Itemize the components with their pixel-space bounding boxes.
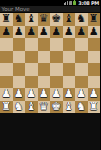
sd-card-icon: [69, 1, 72, 5]
square-a4[interactable]: [0, 63, 13, 76]
square-h7[interactable]: ♟: [88, 26, 101, 39]
square-d3[interactable]: [38, 76, 51, 89]
piece-white-pawn: ♟: [26, 88, 36, 101]
clock-text: 3:08 PM: [78, 0, 99, 6]
square-f6[interactable]: [63, 38, 76, 51]
square-f8[interactable]: ♝: [63, 13, 76, 26]
piece-white-knight: ♞: [76, 101, 86, 114]
square-f3[interactable]: [63, 76, 76, 89]
phone-screen: 3:08 PM Your Move ♜♞♝♛♚♝♞♜♟♟♟♟♟♟♟♟♟♟♟♟♟♟…: [0, 0, 100, 150]
square-e4[interactable]: [50, 63, 63, 76]
square-c2[interactable]: ♟: [25, 88, 38, 101]
piece-black-pawn: ♟: [64, 26, 74, 39]
piece-black-knight: ♞: [76, 13, 86, 26]
square-h3[interactable]: [88, 76, 101, 89]
piece-white-bishop: ♝: [64, 101, 74, 114]
square-a5[interactable]: [0, 51, 13, 64]
square-c8[interactable]: ♝: [25, 13, 38, 26]
piece-black-pawn: ♟: [51, 26, 61, 39]
piece-white-pawn: ♟: [89, 88, 99, 101]
piece-white-pawn: ♟: [1, 88, 11, 101]
square-e6[interactable]: [50, 38, 63, 51]
square-e3[interactable]: [50, 76, 63, 89]
square-e5[interactable]: [50, 51, 63, 64]
chess-board: ♜♞♝♛♚♝♞♜♟♟♟♟♟♟♟♟♟♟♟♟♟♟♟♟♜♞♝♛♚♝♞♜: [0, 13, 100, 113]
title-bar: Your Move: [0, 6, 100, 13]
square-f7[interactable]: ♟: [63, 26, 76, 39]
square-e1[interactable]: ♚: [50, 101, 63, 114]
square-a1[interactable]: ♜: [0, 101, 13, 114]
piece-black-queen: ♛: [39, 13, 49, 26]
square-c4[interactable]: [25, 63, 38, 76]
square-h5[interactable]: [88, 51, 101, 64]
square-b2[interactable]: ♟: [13, 88, 26, 101]
signal-strength-icon: [64, 1, 68, 5]
square-b8[interactable]: ♞: [13, 13, 26, 26]
square-d1[interactable]: ♛: [38, 101, 51, 114]
square-g7[interactable]: ♟: [75, 26, 88, 39]
square-d6[interactable]: [38, 38, 51, 51]
square-f4[interactable]: [63, 63, 76, 76]
piece-white-king: ♚: [51, 101, 61, 114]
piece-black-pawn: ♟: [89, 26, 99, 39]
square-c1[interactable]: ♝: [25, 101, 38, 114]
piece-white-pawn: ♟: [64, 88, 74, 101]
piece-black-pawn: ♟: [39, 26, 49, 39]
piece-black-rook: ♜: [1, 13, 11, 26]
square-c5[interactable]: [25, 51, 38, 64]
square-h2[interactable]: ♟: [88, 88, 101, 101]
square-g6[interactable]: [75, 38, 88, 51]
square-e2[interactable]: ♟: [50, 88, 63, 101]
piece-black-king: ♚: [51, 13, 61, 26]
piece-black-bishop: ♝: [26, 13, 36, 26]
square-a7[interactable]: ♟: [0, 26, 13, 39]
piece-black-pawn: ♟: [14, 26, 24, 39]
piece-black-bishop: ♝: [64, 13, 74, 26]
square-b5[interactable]: [13, 51, 26, 64]
square-g3[interactable]: [75, 76, 88, 89]
square-f1[interactable]: ♝: [63, 101, 76, 114]
square-b3[interactable]: [13, 76, 26, 89]
piece-white-knight: ♞: [14, 101, 24, 114]
square-c7[interactable]: ♟: [25, 26, 38, 39]
square-g2[interactable]: ♟: [75, 88, 88, 101]
square-f2[interactable]: ♟: [63, 88, 76, 101]
piece-white-bishop: ♝: [26, 101, 36, 114]
square-a3[interactable]: [0, 76, 13, 89]
square-a8[interactable]: ♜: [0, 13, 13, 26]
piece-black-pawn: ♟: [76, 26, 86, 39]
square-b4[interactable]: [13, 63, 26, 76]
piece-white-pawn: ♟: [39, 88, 49, 101]
piece-white-rook: ♜: [89, 101, 99, 114]
square-a2[interactable]: ♟: [0, 88, 13, 101]
bottom-empty-area: [0, 113, 100, 150]
square-g4[interactable]: [75, 63, 88, 76]
piece-black-knight: ♞: [14, 13, 24, 26]
piece-white-pawn: ♟: [51, 88, 61, 101]
piece-black-pawn: ♟: [26, 26, 36, 39]
square-d2[interactable]: ♟: [38, 88, 51, 101]
square-d7[interactable]: ♟: [38, 26, 51, 39]
square-h4[interactable]: [88, 63, 101, 76]
square-g1[interactable]: ♞: [75, 101, 88, 114]
piece-black-rook: ♜: [89, 13, 99, 26]
piece-white-pawn: ♟: [14, 88, 24, 101]
square-h6[interactable]: [88, 38, 101, 51]
square-g8[interactable]: ♞: [75, 13, 88, 26]
piece-black-pawn: ♟: [1, 26, 11, 39]
square-d4[interactable]: [38, 63, 51, 76]
square-e7[interactable]: ♟: [50, 26, 63, 39]
square-h8[interactable]: ♜: [88, 13, 101, 26]
square-e8[interactable]: ♚: [50, 13, 63, 26]
square-a6[interactable]: [0, 38, 13, 51]
square-b6[interactable]: [13, 38, 26, 51]
square-h1[interactable]: ♜: [88, 101, 101, 114]
square-g5[interactable]: [75, 51, 88, 64]
page-title: Your Move: [0, 6, 30, 13]
piece-white-queen: ♛: [39, 101, 49, 114]
square-c6[interactable]: [25, 38, 38, 51]
square-b1[interactable]: ♞: [13, 101, 26, 114]
piece-white-pawn: ♟: [76, 88, 86, 101]
piece-white-rook: ♜: [1, 101, 11, 114]
square-b7[interactable]: ♟: [13, 26, 26, 39]
square-f5[interactable]: [63, 51, 76, 64]
square-c3[interactable]: [25, 76, 38, 89]
square-d5[interactable]: [38, 51, 51, 64]
square-d8[interactable]: ♛: [38, 13, 51, 26]
battery-icon: [73, 1, 76, 5]
